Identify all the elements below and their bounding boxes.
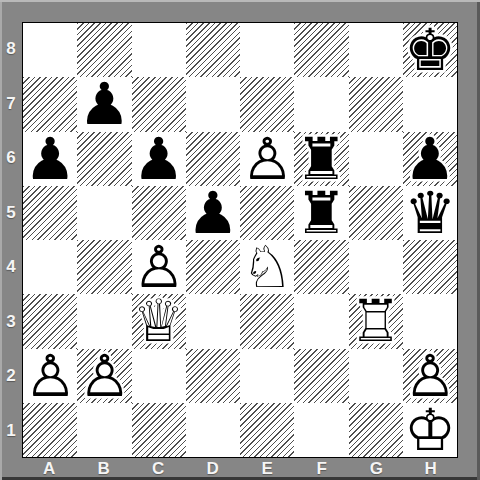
square-h1[interactable]: ♚♔ xyxy=(403,403,457,457)
square-g3[interactable]: ♜♖ xyxy=(349,294,403,348)
square-f6[interactable]: ♜♜ xyxy=(294,132,348,186)
square-b1[interactable] xyxy=(77,403,131,457)
chess-board-frame: 87654321 ABCDEFGH ♚♚♟♟♟♟♟♟♟♙♜♜♟♟♟♟♜♜♛♛♟♙… xyxy=(0,0,480,480)
square-e5[interactable] xyxy=(240,186,294,240)
rank-label-3: 3 xyxy=(0,295,22,350)
piece-halo: ♟ xyxy=(132,130,186,188)
square-a8[interactable] xyxy=(23,23,77,77)
square-a7[interactable] xyxy=(23,77,77,131)
square-h5[interactable]: ♛♛ xyxy=(403,186,457,240)
piece-white-pawn[interactable]: ♙ xyxy=(240,130,294,188)
square-g1[interactable] xyxy=(349,403,403,457)
square-b7[interactable]: ♟♟ xyxy=(77,77,131,131)
square-f1[interactable] xyxy=(294,403,348,457)
piece-halo: ♟ xyxy=(186,184,240,242)
square-c8[interactable] xyxy=(132,23,186,77)
file-label-f: F xyxy=(295,458,350,480)
square-a1[interactable] xyxy=(23,403,77,457)
file-label-e: E xyxy=(240,458,295,480)
square-a4[interactable] xyxy=(23,240,77,294)
rank-label-5: 5 xyxy=(0,186,22,241)
piece-black-pawn[interactable]: ♟ xyxy=(132,130,186,188)
square-g5[interactable] xyxy=(349,186,403,240)
piece-halo: ♟ xyxy=(23,130,77,188)
piece-white-pawn[interactable]: ♙ xyxy=(77,347,131,405)
piece-black-pawn[interactable]: ♟ xyxy=(186,184,240,242)
piece-white-pawn[interactable]: ♙ xyxy=(23,347,77,405)
square-e4[interactable]: ♞♘ xyxy=(240,240,294,294)
square-h7[interactable] xyxy=(403,77,457,131)
file-label-h: H xyxy=(404,458,459,480)
piece-white-pawn[interactable]: ♙ xyxy=(132,238,186,296)
piece-halo: ♟ xyxy=(403,347,457,405)
square-e2[interactable] xyxy=(240,349,294,403)
piece-black-king[interactable]: ♚ xyxy=(403,21,457,79)
square-h2[interactable]: ♟♙ xyxy=(403,349,457,403)
square-e1[interactable] xyxy=(240,403,294,457)
rank-labels: 87654321 xyxy=(0,22,22,458)
square-e8[interactable] xyxy=(240,23,294,77)
piece-white-knight[interactable]: ♘ xyxy=(240,238,294,296)
square-d8[interactable] xyxy=(186,23,240,77)
piece-halo: ♟ xyxy=(132,238,186,296)
square-d7[interactable] xyxy=(186,77,240,131)
piece-black-pawn[interactable]: ♟ xyxy=(403,130,457,188)
square-f3[interactable] xyxy=(294,294,348,348)
rank-label-6: 6 xyxy=(0,131,22,186)
piece-black-queen[interactable]: ♛ xyxy=(403,184,457,242)
square-h6[interactable]: ♟♟ xyxy=(403,132,457,186)
rank-label-7: 7 xyxy=(0,77,22,132)
piece-black-pawn[interactable]: ♟ xyxy=(77,75,131,133)
square-c6[interactable]: ♟♟ xyxy=(132,132,186,186)
piece-white-queen[interactable]: ♕ xyxy=(132,292,186,350)
square-a3[interactable] xyxy=(23,294,77,348)
piece-halo: ♛ xyxy=(132,292,186,350)
square-c1[interactable] xyxy=(132,403,186,457)
square-g4[interactable] xyxy=(349,240,403,294)
square-f5[interactable]: ♜♜ xyxy=(294,186,348,240)
rank-label-8: 8 xyxy=(0,22,22,77)
piece-halo: ♟ xyxy=(240,130,294,188)
square-a5[interactable] xyxy=(23,186,77,240)
square-c2[interactable] xyxy=(132,349,186,403)
square-e6[interactable]: ♟♙ xyxy=(240,132,294,186)
piece-halo: ♜ xyxy=(294,130,348,188)
square-d4[interactable] xyxy=(186,240,240,294)
square-d3[interactable] xyxy=(186,294,240,348)
piece-white-pawn[interactable]: ♙ xyxy=(403,347,457,405)
piece-halo: ♟ xyxy=(23,347,77,405)
square-c3[interactable]: ♛♕ xyxy=(132,294,186,348)
piece-halo: ♟ xyxy=(403,130,457,188)
rank-label-1: 1 xyxy=(0,404,22,459)
square-e7[interactable] xyxy=(240,77,294,131)
piece-black-rook[interactable]: ♜ xyxy=(294,184,348,242)
file-label-d: D xyxy=(186,458,241,480)
file-label-a: A xyxy=(22,458,77,480)
piece-halo: ♟ xyxy=(77,347,131,405)
square-c4[interactable]: ♟♙ xyxy=(132,240,186,294)
square-b2[interactable]: ♟♙ xyxy=(77,349,131,403)
square-b6[interactable] xyxy=(77,132,131,186)
chess-board: ♚♚♟♟♟♟♟♟♟♙♜♜♟♟♟♟♜♜♛♛♟♙♞♘♛♕♜♖♟♙♟♙♟♙♚♔ xyxy=(22,22,458,458)
square-d5[interactable]: ♟♟ xyxy=(186,186,240,240)
square-g6[interactable] xyxy=(349,132,403,186)
file-label-g: G xyxy=(349,458,404,480)
square-g8[interactable] xyxy=(349,23,403,77)
square-f8[interactable] xyxy=(294,23,348,77)
square-c7[interactable] xyxy=(132,77,186,131)
piece-halo: ♟ xyxy=(77,75,131,133)
file-label-b: B xyxy=(77,458,132,480)
rank-label-4: 4 xyxy=(0,240,22,295)
piece-black-pawn[interactable]: ♟ xyxy=(23,130,77,188)
square-b3[interactable] xyxy=(77,294,131,348)
square-g7[interactable] xyxy=(349,77,403,131)
square-d6[interactable] xyxy=(186,132,240,186)
square-h4[interactable] xyxy=(403,240,457,294)
square-c5[interactable] xyxy=(132,186,186,240)
square-d1[interactable] xyxy=(186,403,240,457)
square-d2[interactable] xyxy=(186,349,240,403)
square-a2[interactable]: ♟♙ xyxy=(23,349,77,403)
piece-halo: ♛ xyxy=(403,184,457,242)
piece-halo: ♞ xyxy=(240,238,294,296)
piece-black-rook[interactable]: ♜ xyxy=(294,130,348,188)
square-f4[interactable] xyxy=(294,240,348,294)
square-b4[interactable] xyxy=(77,240,131,294)
square-b5[interactable] xyxy=(77,186,131,240)
square-b8[interactable] xyxy=(77,23,131,77)
square-a6[interactable]: ♟♟ xyxy=(23,132,77,186)
square-g2[interactable] xyxy=(349,349,403,403)
piece-halo: ♚ xyxy=(403,21,457,79)
square-h8[interactable]: ♚♚ xyxy=(403,23,457,77)
square-e3[interactable] xyxy=(240,294,294,348)
piece-white-king[interactable]: ♔ xyxy=(403,401,457,459)
piece-white-rook[interactable]: ♖ xyxy=(349,292,403,350)
file-labels: ABCDEFGH xyxy=(22,458,458,480)
piece-halo: ♜ xyxy=(294,184,348,242)
piece-halo: ♜ xyxy=(349,292,403,350)
file-label-c: C xyxy=(131,458,186,480)
piece-halo: ♚ xyxy=(403,401,457,459)
square-f7[interactable] xyxy=(294,77,348,131)
rank-label-2: 2 xyxy=(0,349,22,404)
square-f2[interactable] xyxy=(294,349,348,403)
square-h3[interactable] xyxy=(403,294,457,348)
